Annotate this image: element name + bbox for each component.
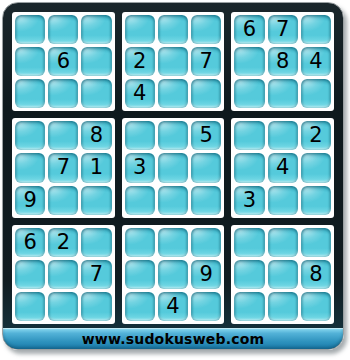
sudoku-box-2-1: 8719	[12, 118, 115, 217]
cell-r5c6[interactable]	[191, 153, 221, 182]
cell-r8c8[interactable]	[268, 260, 298, 289]
cell-r2c3[interactable]	[81, 47, 111, 76]
cell-r7c7[interactable]	[234, 228, 264, 257]
site-link-label: www.sudokusweb.com	[82, 331, 265, 347]
cell-r3c3[interactable]	[81, 79, 111, 108]
cell-r3c7[interactable]	[234, 79, 264, 108]
cell-r8c6[interactable]: 9	[191, 260, 221, 289]
cell-r9c4[interactable]	[125, 292, 155, 321]
cell-r2c9[interactable]: 4	[301, 47, 331, 76]
sudoku-box-1-3: 6784	[231, 12, 334, 111]
cell-r1c5[interactable]	[158, 15, 188, 44]
cell-r9c6[interactable]	[191, 292, 221, 321]
cell-r2c1[interactable]	[15, 47, 45, 76]
cell-r1c4[interactable]	[125, 15, 155, 44]
cell-r2c6[interactable]: 7	[191, 47, 221, 76]
sudoku-board: 62746784871953243627948 www.sudokusweb.c…	[2, 2, 344, 350]
cell-r6c1[interactable]: 9	[15, 186, 45, 215]
cell-r7c5[interactable]	[158, 228, 188, 257]
cell-r6c2[interactable]	[48, 186, 78, 215]
board-grid: 62746784871953243627948	[3, 3, 343, 326]
cell-r8c5[interactable]	[158, 260, 188, 289]
cell-r1c7[interactable]: 6	[234, 15, 264, 44]
cell-r4c1[interactable]	[15, 121, 45, 150]
cell-r9c9[interactable]	[301, 292, 331, 321]
cell-r4c3[interactable]: 8	[81, 121, 111, 150]
cell-r5c4[interactable]: 3	[125, 153, 155, 182]
cell-r6c4[interactable]	[125, 186, 155, 215]
sudoku-box-3-2: 94	[122, 225, 225, 324]
cell-r9c1[interactable]	[15, 292, 45, 321]
cell-r1c6[interactable]	[191, 15, 221, 44]
cell-r8c9[interactable]: 8	[301, 260, 331, 289]
cell-r8c4[interactable]	[125, 260, 155, 289]
cell-r6c9[interactable]	[301, 186, 331, 215]
sudoku-box-1-1: 6	[12, 12, 115, 111]
cell-r7c2[interactable]: 2	[48, 228, 78, 257]
cell-r5c8[interactable]: 4	[268, 153, 298, 182]
cell-r1c1[interactable]	[15, 15, 45, 44]
cell-r3c6[interactable]	[191, 79, 221, 108]
cell-r2c5[interactable]	[158, 47, 188, 76]
cell-r6c5[interactable]	[158, 186, 188, 215]
cell-r3c1[interactable]	[15, 79, 45, 108]
cell-r8c2[interactable]	[48, 260, 78, 289]
cell-r8c1[interactable]	[15, 260, 45, 289]
cell-r4c5[interactable]	[158, 121, 188, 150]
cell-r7c6[interactable]	[191, 228, 221, 257]
cell-r6c3[interactable]	[81, 186, 111, 215]
cell-r5c9[interactable]	[301, 153, 331, 182]
cell-r7c9[interactable]	[301, 228, 331, 257]
cell-r7c3[interactable]	[81, 228, 111, 257]
cell-r8c3[interactable]: 7	[81, 260, 111, 289]
cell-r3c9[interactable]	[301, 79, 331, 108]
cell-r5c3[interactable]: 1	[81, 153, 111, 182]
sudoku-box-3-1: 627	[12, 225, 115, 324]
sudoku-box-3-3: 8	[231, 225, 334, 324]
cell-r3c4[interactable]: 4	[125, 79, 155, 108]
cell-r7c1[interactable]: 6	[15, 228, 45, 257]
sudoku-box-2-3: 243	[231, 118, 334, 217]
cell-r8c7[interactable]	[234, 260, 264, 289]
cell-r9c2[interactable]	[48, 292, 78, 321]
cell-r5c5[interactable]	[158, 153, 188, 182]
cell-r4c6[interactable]: 5	[191, 121, 221, 150]
cell-r7c4[interactable]	[125, 228, 155, 257]
cell-r9c5[interactable]: 4	[158, 292, 188, 321]
cell-r5c2[interactable]: 7	[48, 153, 78, 182]
cell-r6c7[interactable]: 3	[234, 186, 264, 215]
cell-r1c9[interactable]	[301, 15, 331, 44]
cell-r4c9[interactable]: 2	[301, 121, 331, 150]
cell-r6c8[interactable]	[268, 186, 298, 215]
cell-r1c8[interactable]: 7	[268, 15, 298, 44]
cell-r9c3[interactable]	[81, 292, 111, 321]
cell-r9c7[interactable]	[234, 292, 264, 321]
cell-r2c8[interactable]: 8	[268, 47, 298, 76]
cell-r1c3[interactable]	[81, 15, 111, 44]
cell-r2c4[interactable]: 2	[125, 47, 155, 76]
cell-r5c1[interactable]	[15, 153, 45, 182]
footer-bar: www.sudokusweb.com	[3, 328, 343, 349]
cell-r4c4[interactable]	[125, 121, 155, 150]
cell-r9c8[interactable]	[268, 292, 298, 321]
cell-r2c2[interactable]: 6	[48, 47, 78, 76]
cell-r4c7[interactable]	[234, 121, 264, 150]
cell-r3c8[interactable]	[268, 79, 298, 108]
cell-r5c7[interactable]	[234, 153, 264, 182]
cell-r1c2[interactable]	[48, 15, 78, 44]
cell-r4c8[interactable]	[268, 121, 298, 150]
sudoku-box-1-2: 274	[122, 12, 225, 111]
cell-r2c7[interactable]	[234, 47, 264, 76]
cell-r3c5[interactable]	[158, 79, 188, 108]
cell-r7c8[interactable]	[268, 228, 298, 257]
cell-r4c2[interactable]	[48, 121, 78, 150]
cell-r3c2[interactable]	[48, 79, 78, 108]
sudoku-box-2-2: 53	[122, 118, 225, 217]
cell-r6c6[interactable]	[191, 186, 221, 215]
